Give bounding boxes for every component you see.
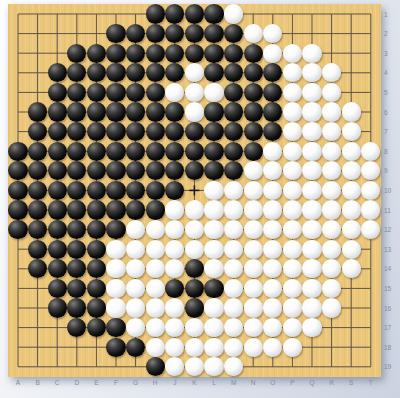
white-stone[interactable]: ○ bbox=[244, 24, 263, 43]
row-label: 13 bbox=[384, 246, 398, 253]
white-stone[interactable]: ○ bbox=[185, 200, 204, 219]
white-stone[interactable]: ○ bbox=[302, 200, 321, 219]
column-label: F bbox=[110, 379, 122, 386]
white-stone[interactable]: ○ bbox=[302, 142, 321, 161]
black-stone[interactable]: ● bbox=[48, 200, 67, 219]
white-stone[interactable]: ○ bbox=[283, 240, 302, 259]
row-label: 11 bbox=[384, 207, 398, 214]
white-stone[interactable]: ○ bbox=[342, 259, 361, 278]
white-stone[interactable]: ○ bbox=[244, 318, 263, 337]
white-stone[interactable]: ○ bbox=[283, 298, 302, 317]
black-stone[interactable]: ● bbox=[87, 142, 106, 161]
column-label: K bbox=[188, 379, 200, 386]
black-stone[interactable]: ● bbox=[106, 220, 125, 239]
black-stone[interactable]: ● bbox=[224, 83, 243, 102]
row-label: 12 bbox=[384, 226, 398, 233]
black-stone[interactable]: ● bbox=[146, 142, 165, 161]
black-stone[interactable]: ● bbox=[185, 142, 204, 161]
black-stone[interactable]: ● bbox=[244, 83, 263, 102]
black-stone[interactable]: ● bbox=[48, 122, 67, 141]
white-stone[interactable]: ○ bbox=[204, 338, 223, 357]
white-stone[interactable]: ○ bbox=[146, 338, 165, 357]
white-stone[interactable]: ○ bbox=[126, 279, 145, 298]
white-stone[interactable]: ○ bbox=[204, 298, 223, 317]
white-stone[interactable]: ○ bbox=[244, 220, 263, 239]
white-stone[interactable]: ○ bbox=[244, 161, 263, 180]
black-stone[interactable]: ● bbox=[67, 102, 86, 121]
black-stone[interactable]: ● bbox=[106, 181, 125, 200]
white-stone[interactable]: ○ bbox=[146, 259, 165, 278]
black-stone[interactable]: ● bbox=[204, 63, 223, 82]
white-stone[interactable]: ○ bbox=[283, 200, 302, 219]
white-stone[interactable]: ○ bbox=[342, 200, 361, 219]
white-stone[interactable]: ○ bbox=[185, 240, 204, 259]
black-stone[interactable]: ● bbox=[106, 318, 125, 337]
black-stone[interactable]: ● bbox=[146, 24, 165, 43]
white-stone[interactable]: ○ bbox=[283, 279, 302, 298]
black-stone[interactable]: ● bbox=[146, 102, 165, 121]
column-label: A bbox=[12, 379, 24, 386]
column-label: C bbox=[51, 379, 63, 386]
white-stone[interactable]: ○ bbox=[302, 298, 321, 317]
black-stone[interactable]: ● bbox=[204, 102, 223, 121]
white-stone[interactable]: ○ bbox=[224, 181, 243, 200]
black-stone[interactable]: ● bbox=[67, 142, 86, 161]
white-stone[interactable]: ○ bbox=[244, 200, 263, 219]
black-stone[interactable]: ● bbox=[87, 122, 106, 141]
black-stone[interactable]: ● bbox=[244, 122, 263, 141]
black-stone[interactable]: ● bbox=[106, 142, 125, 161]
black-stone[interactable]: ● bbox=[185, 44, 204, 63]
white-stone[interactable]: ○ bbox=[165, 200, 184, 219]
black-stone[interactable]: ● bbox=[224, 44, 243, 63]
white-stone[interactable]: ○ bbox=[204, 181, 223, 200]
white-stone[interactable]: ○ bbox=[342, 240, 361, 259]
center-star-marker bbox=[189, 185, 199, 195]
black-stone[interactable]: ● bbox=[185, 279, 204, 298]
black-stone[interactable]: ● bbox=[126, 102, 145, 121]
goban[interactable]: ●●●●○●●●●●●●○○●●●●●●●●●●○○○●●●●●●●○●●●●○… bbox=[8, 4, 381, 377]
white-stone[interactable]: ○ bbox=[146, 279, 165, 298]
black-stone[interactable]: ● bbox=[224, 102, 243, 121]
column-label: J bbox=[169, 379, 181, 386]
black-stone[interactable]: ● bbox=[106, 63, 125, 82]
white-stone[interactable]: ○ bbox=[283, 181, 302, 200]
white-stone[interactable]: ○ bbox=[185, 220, 204, 239]
black-stone[interactable]: ● bbox=[87, 240, 106, 259]
black-stone[interactable]: ● bbox=[146, 44, 165, 63]
black-stone[interactable]: ● bbox=[146, 63, 165, 82]
white-stone[interactable]: ○ bbox=[165, 240, 184, 259]
black-stone[interactable]: ● bbox=[204, 44, 223, 63]
row-label: 19 bbox=[384, 363, 398, 370]
white-stone[interactable]: ○ bbox=[146, 298, 165, 317]
black-stone[interactable]: ● bbox=[185, 122, 204, 141]
column-label: N bbox=[247, 379, 259, 386]
white-stone[interactable]: ○ bbox=[283, 44, 302, 63]
black-stone[interactable]: ● bbox=[244, 102, 263, 121]
white-stone[interactable]: ○ bbox=[342, 161, 361, 180]
row-label: 7 bbox=[384, 128, 398, 135]
black-stone[interactable]: ● bbox=[106, 338, 125, 357]
white-stone[interactable]: ○ bbox=[224, 279, 243, 298]
row-label: 2 bbox=[384, 30, 398, 37]
row-label: 4 bbox=[384, 69, 398, 76]
white-stone[interactable]: ○ bbox=[302, 240, 321, 259]
black-stone[interactable]: ● bbox=[87, 318, 106, 337]
black-stone[interactable]: ● bbox=[87, 83, 106, 102]
white-stone[interactable]: ○ bbox=[244, 279, 263, 298]
black-stone[interactable]: ● bbox=[8, 142, 27, 161]
black-stone[interactable]: ● bbox=[106, 83, 125, 102]
row-label: 10 bbox=[384, 187, 398, 194]
black-stone[interactable]: ● bbox=[48, 181, 67, 200]
white-stone[interactable]: ○ bbox=[204, 357, 223, 376]
white-stone[interactable]: ○ bbox=[283, 318, 302, 337]
black-stone[interactable]: ● bbox=[146, 200, 165, 219]
white-stone[interactable]: ○ bbox=[204, 318, 223, 337]
black-stone[interactable]: ● bbox=[48, 83, 67, 102]
row-label: 14 bbox=[384, 265, 398, 272]
white-stone[interactable]: ○ bbox=[283, 220, 302, 239]
white-stone[interactable]: ○ bbox=[342, 142, 361, 161]
white-stone[interactable]: ○ bbox=[322, 200, 341, 219]
black-stone[interactable]: ● bbox=[146, 161, 165, 180]
black-stone[interactable]: ● bbox=[185, 24, 204, 43]
white-stone[interactable]: ○ bbox=[185, 83, 204, 102]
black-stone[interactable]: ● bbox=[67, 200, 86, 219]
black-stone[interactable]: ● bbox=[87, 220, 106, 239]
black-stone[interactable]: ● bbox=[126, 83, 145, 102]
white-stone[interactable]: ○ bbox=[204, 83, 223, 102]
white-stone[interactable]: ○ bbox=[302, 259, 321, 278]
white-stone[interactable]: ○ bbox=[204, 240, 223, 259]
white-stone[interactable]: ○ bbox=[224, 200, 243, 219]
black-stone[interactable]: ● bbox=[8, 161, 27, 180]
white-stone[interactable]: ○ bbox=[322, 102, 341, 121]
column-label: O bbox=[267, 379, 279, 386]
white-stone[interactable]: ○ bbox=[361, 142, 380, 161]
black-stone[interactable]: ● bbox=[126, 181, 145, 200]
black-stone[interactable]: ● bbox=[67, 44, 86, 63]
black-stone[interactable]: ● bbox=[106, 24, 125, 43]
column-label: R bbox=[326, 379, 338, 386]
white-stone[interactable]: ○ bbox=[146, 318, 165, 337]
black-stone[interactable]: ● bbox=[106, 161, 125, 180]
black-stone[interactable]: ● bbox=[146, 4, 165, 23]
white-stone[interactable]: ○ bbox=[322, 279, 341, 298]
white-stone[interactable]: ○ bbox=[185, 338, 204, 357]
white-stone[interactable]: ○ bbox=[342, 220, 361, 239]
black-stone[interactable]: ● bbox=[28, 142, 47, 161]
desktop-background: ●●●●○●●●●●●●○○●●●●●●●●●●○○○●●●●●●●○●●●●○… bbox=[0, 0, 400, 398]
white-stone[interactable]: ○ bbox=[126, 298, 145, 317]
black-stone[interactable]: ● bbox=[48, 161, 67, 180]
black-stone[interactable]: ● bbox=[87, 102, 106, 121]
black-stone[interactable]: ● bbox=[48, 240, 67, 259]
white-stone[interactable]: ○ bbox=[224, 338, 243, 357]
white-stone[interactable]: ○ bbox=[263, 298, 282, 317]
black-stone[interactable]: ● bbox=[185, 298, 204, 317]
column-label: T bbox=[365, 379, 377, 386]
column-label: Q bbox=[306, 379, 318, 386]
white-stone[interactable]: ○ bbox=[322, 298, 341, 317]
white-stone[interactable]: ○ bbox=[244, 181, 263, 200]
white-stone[interactable]: ○ bbox=[283, 102, 302, 121]
black-stone[interactable]: ● bbox=[8, 181, 27, 200]
column-label: S bbox=[345, 379, 357, 386]
column-label: G bbox=[130, 379, 142, 386]
black-stone[interactable]: ● bbox=[106, 44, 125, 63]
row-label: 16 bbox=[384, 305, 398, 312]
white-stone[interactable]: ○ bbox=[302, 102, 321, 121]
black-stone[interactable]: ● bbox=[87, 298, 106, 317]
white-stone[interactable]: ○ bbox=[283, 338, 302, 357]
column-label: B bbox=[32, 379, 44, 386]
black-stone[interactable]: ● bbox=[87, 279, 106, 298]
black-stone[interactable]: ● bbox=[204, 279, 223, 298]
black-stone[interactable]: ● bbox=[48, 298, 67, 317]
black-stone[interactable]: ● bbox=[87, 200, 106, 219]
row-label: 17 bbox=[384, 324, 398, 331]
black-stone[interactable]: ● bbox=[165, 142, 184, 161]
black-stone[interactable]: ● bbox=[126, 200, 145, 219]
black-stone[interactable]: ● bbox=[28, 200, 47, 219]
white-stone[interactable]: ○ bbox=[106, 279, 125, 298]
black-stone[interactable]: ● bbox=[146, 181, 165, 200]
white-stone[interactable]: ○ bbox=[263, 338, 282, 357]
row-label: 15 bbox=[384, 285, 398, 292]
column-label: D bbox=[71, 379, 83, 386]
black-stone[interactable]: ● bbox=[106, 102, 125, 121]
black-stone[interactable]: ● bbox=[48, 142, 67, 161]
white-stone[interactable]: ○ bbox=[322, 240, 341, 259]
white-stone[interactable]: ○ bbox=[342, 102, 361, 121]
white-stone[interactable]: ○ bbox=[322, 142, 341, 161]
white-stone[interactable]: ○ bbox=[302, 318, 321, 337]
white-stone[interactable]: ○ bbox=[146, 220, 165, 239]
black-stone[interactable]: ● bbox=[48, 279, 67, 298]
white-stone[interactable]: ○ bbox=[263, 240, 282, 259]
column-label: P bbox=[286, 379, 298, 386]
white-stone[interactable]: ○ bbox=[302, 279, 321, 298]
black-stone[interactable]: ● bbox=[165, 44, 184, 63]
column-label: E bbox=[90, 379, 102, 386]
column-label: H bbox=[149, 379, 161, 386]
white-stone[interactable]: ○ bbox=[244, 298, 263, 317]
white-stone[interactable]: ○ bbox=[106, 240, 125, 259]
black-stone[interactable]: ● bbox=[146, 122, 165, 141]
black-stone[interactable]: ● bbox=[224, 142, 243, 161]
white-stone[interactable]: ○ bbox=[302, 181, 321, 200]
black-stone[interactable]: ● bbox=[87, 181, 106, 200]
black-stone[interactable]: ● bbox=[28, 102, 47, 121]
black-stone[interactable]: ● bbox=[204, 4, 223, 23]
black-stone[interactable]: ● bbox=[106, 122, 125, 141]
white-stone[interactable]: ○ bbox=[322, 83, 341, 102]
row-label: 8 bbox=[384, 148, 398, 155]
white-stone[interactable]: ○ bbox=[244, 338, 263, 357]
white-stone[interactable]: ○ bbox=[244, 259, 263, 278]
white-stone[interactable]: ○ bbox=[302, 63, 321, 82]
white-stone[interactable]: ○ bbox=[106, 298, 125, 317]
row-label: 9 bbox=[384, 167, 398, 174]
white-stone[interactable]: ○ bbox=[263, 200, 282, 219]
black-stone[interactable]: ● bbox=[48, 259, 67, 278]
white-stone[interactable]: ○ bbox=[244, 240, 263, 259]
black-stone[interactable]: ● bbox=[48, 63, 67, 82]
black-stone[interactable]: ● bbox=[67, 240, 86, 259]
row-label: 3 bbox=[384, 50, 398, 57]
white-stone[interactable]: ○ bbox=[302, 220, 321, 239]
black-stone[interactable]: ● bbox=[126, 338, 145, 357]
black-stone[interactable]: ● bbox=[165, 102, 184, 121]
white-stone[interactable]: ○ bbox=[283, 122, 302, 141]
white-stone[interactable]: ○ bbox=[204, 200, 223, 219]
white-stone[interactable]: ○ bbox=[342, 122, 361, 141]
white-stone[interactable]: ○ bbox=[146, 240, 165, 259]
black-stone[interactable]: ● bbox=[244, 142, 263, 161]
white-stone[interactable]: ○ bbox=[342, 181, 361, 200]
white-stone[interactable]: ○ bbox=[165, 298, 184, 317]
black-stone[interactable]: ● bbox=[185, 4, 204, 23]
row-label: 18 bbox=[384, 344, 398, 351]
black-stone[interactable]: ● bbox=[8, 200, 27, 219]
white-stone[interactable]: ○ bbox=[283, 83, 302, 102]
white-stone[interactable]: ○ bbox=[165, 338, 184, 357]
black-stone[interactable]: ● bbox=[8, 220, 27, 239]
column-label: M bbox=[228, 379, 240, 386]
black-stone[interactable]: ● bbox=[204, 161, 223, 180]
black-stone[interactable]: ● bbox=[244, 63, 263, 82]
white-stone[interactable]: ○ bbox=[185, 318, 204, 337]
white-stone[interactable]: ○ bbox=[322, 181, 341, 200]
black-stone[interactable]: ● bbox=[106, 200, 125, 219]
black-stone[interactable]: ● bbox=[204, 24, 223, 43]
white-stone[interactable]: ○ bbox=[126, 240, 145, 259]
black-stone[interactable]: ● bbox=[126, 142, 145, 161]
row-label: 5 bbox=[384, 89, 398, 96]
black-stone[interactable]: ● bbox=[126, 44, 145, 63]
black-stone[interactable]: ● bbox=[146, 83, 165, 102]
white-stone[interactable]: ○ bbox=[302, 122, 321, 141]
black-stone[interactable]: ● bbox=[146, 357, 165, 376]
white-stone[interactable]: ○ bbox=[224, 240, 243, 259]
white-stone[interactable]: ○ bbox=[106, 259, 125, 278]
white-stone[interactable]: ○ bbox=[204, 220, 223, 239]
black-stone[interactable]: ● bbox=[67, 298, 86, 317]
black-stone[interactable]: ● bbox=[48, 220, 67, 239]
black-stone[interactable]: ● bbox=[204, 122, 223, 141]
white-stone[interactable]: ○ bbox=[361, 200, 380, 219]
black-stone[interactable]: ● bbox=[48, 102, 67, 121]
black-stone[interactable]: ● bbox=[244, 44, 263, 63]
column-label: L bbox=[208, 379, 220, 386]
white-stone[interactable]: ○ bbox=[263, 142, 282, 161]
white-stone[interactable]: ○ bbox=[302, 83, 321, 102]
row-label: 6 bbox=[384, 109, 398, 116]
black-stone[interactable]: ● bbox=[165, 4, 184, 23]
black-stone[interactable]: ● bbox=[87, 44, 106, 63]
white-stone[interactable]: ○ bbox=[283, 142, 302, 161]
white-stone[interactable]: ○ bbox=[204, 259, 223, 278]
row-label: 1 bbox=[384, 11, 398, 18]
white-stone[interactable]: ○ bbox=[302, 44, 321, 63]
white-stone[interactable]: ○ bbox=[263, 44, 282, 63]
black-stone[interactable]: ● bbox=[263, 102, 282, 121]
black-stone[interactable]: ● bbox=[204, 142, 223, 161]
white-stone[interactable]: ○ bbox=[185, 102, 204, 121]
black-stone[interactable]: ● bbox=[28, 240, 47, 259]
black-stone[interactable]: ● bbox=[28, 181, 47, 200]
white-stone[interactable]: ○ bbox=[302, 161, 321, 180]
white-stone[interactable]: ○ bbox=[224, 298, 243, 317]
white-stone[interactable]: ○ bbox=[224, 4, 243, 23]
